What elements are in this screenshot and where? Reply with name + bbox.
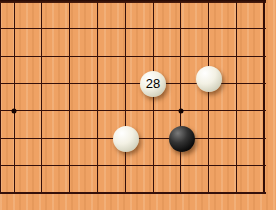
board-edge-line-top [0, 0, 266, 3]
go-board[interactable]: 28 [0, 0, 276, 210]
black-stone[interactable] [169, 126, 195, 152]
grid-line-horizontal [0, 110, 266, 111]
white-stone[interactable] [113, 126, 139, 152]
grid-line-horizontal [0, 165, 266, 166]
move-number-label: 28 [146, 77, 160, 90]
grid-line-horizontal [0, 28, 266, 29]
grid-line-horizontal [0, 56, 266, 57]
go-diagram: 28 [0, 0, 276, 210]
board-cut-line-bottom [0, 192, 266, 193]
grid-line-horizontal [0, 83, 266, 84]
star-point [178, 108, 183, 113]
star-point [12, 108, 17, 113]
white-stone[interactable]: 28 [140, 71, 166, 97]
white-stone[interactable] [196, 66, 222, 92]
